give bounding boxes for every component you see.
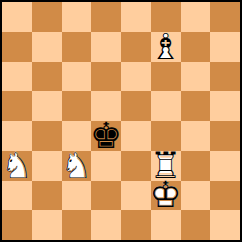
piece-outline-glyph: ♔	[149, 177, 181, 213]
square-b5[interactable]	[32, 91, 62, 121]
square-b4[interactable]	[32, 121, 62, 151]
black-king[interactable]: ♚	[91, 121, 121, 151]
square-h6[interactable]	[210, 62, 240, 92]
square-e5[interactable]	[121, 91, 151, 121]
piece-glyph: ♚	[90, 118, 122, 154]
square-c5[interactable]	[62, 91, 92, 121]
square-a1[interactable]	[2, 210, 32, 240]
square-b2[interactable]	[32, 181, 62, 211]
square-f2[interactable]: ♚♔	[151, 181, 181, 211]
square-c8[interactable]	[62, 2, 92, 32]
square-c7[interactable]	[62, 32, 92, 62]
square-b6[interactable]	[32, 62, 62, 92]
square-h2[interactable]	[210, 181, 240, 211]
square-a8[interactable]	[2, 2, 32, 32]
square-g4[interactable]	[181, 121, 211, 151]
square-c1[interactable]	[62, 210, 92, 240]
square-b1[interactable]	[32, 210, 62, 240]
square-a5[interactable]	[2, 91, 32, 121]
square-b8[interactable]	[32, 2, 62, 32]
square-b3[interactable]	[32, 151, 62, 181]
square-e7[interactable]	[121, 32, 151, 62]
square-h3[interactable]	[210, 151, 240, 181]
white-king[interactable]: ♚♔	[151, 181, 181, 211]
square-c6[interactable]	[62, 62, 92, 92]
piece-outline-glyph: ♗	[149, 29, 181, 65]
square-f7[interactable]: ♝♗	[151, 32, 181, 62]
chess-board: ♝♗♚♞♘♞♘♜♖♚♔	[0, 0, 242, 242]
square-h4[interactable]	[210, 121, 240, 151]
square-e6[interactable]	[121, 62, 151, 92]
square-b7[interactable]	[32, 32, 62, 62]
square-g5[interactable]	[181, 91, 211, 121]
white-bishop[interactable]: ♝♗	[151, 32, 181, 62]
square-d6[interactable]	[91, 62, 121, 92]
square-e8[interactable]	[121, 2, 151, 32]
piece-outline-glyph: ♘	[1, 148, 33, 184]
square-g2[interactable]	[181, 181, 211, 211]
square-h7[interactable]	[210, 32, 240, 62]
square-d1[interactable]	[91, 210, 121, 240]
square-a7[interactable]	[2, 32, 32, 62]
square-e4[interactable]	[121, 121, 151, 151]
square-g1[interactable]	[181, 210, 211, 240]
square-h8[interactable]	[210, 2, 240, 32]
square-c3[interactable]: ♞♘	[62, 151, 92, 181]
square-g7[interactable]	[181, 32, 211, 62]
square-g3[interactable]	[181, 151, 211, 181]
square-g8[interactable]	[181, 2, 211, 32]
square-f5[interactable]	[151, 91, 181, 121]
white-knight[interactable]: ♞♘	[62, 151, 92, 181]
square-h5[interactable]	[210, 91, 240, 121]
square-d8[interactable]	[91, 2, 121, 32]
square-e1[interactable]	[121, 210, 151, 240]
square-e3[interactable]	[121, 151, 151, 181]
square-a3[interactable]: ♞♘	[2, 151, 32, 181]
white-knight[interactable]: ♞♘	[2, 151, 32, 181]
square-a6[interactable]	[2, 62, 32, 92]
square-h1[interactable]	[210, 210, 240, 240]
square-e2[interactable]	[121, 181, 151, 211]
piece-outline-glyph: ♘	[60, 148, 92, 184]
square-g6[interactable]	[181, 62, 211, 92]
square-d7[interactable]	[91, 32, 121, 62]
square-d2[interactable]	[91, 181, 121, 211]
square-d4[interactable]: ♚	[91, 121, 121, 151]
